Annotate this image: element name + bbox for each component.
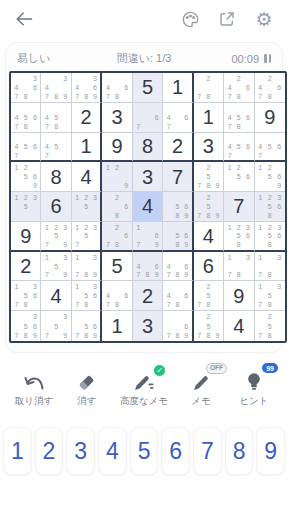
gear-icon[interactable]: ⚙ — [252, 7, 276, 31]
cell-r4c8[interactable]: 1256 — [224, 162, 254, 192]
pencil-notes: 5689 — [164, 223, 190, 249]
pencil-notes: 67 — [134, 104, 161, 131]
cell-r6c2[interactable]: 123579 — [41, 222, 71, 252]
cell-r1c8[interactable]: 24678 — [224, 73, 254, 103]
pencil-notes: 135678 — [73, 282, 99, 309]
cell-r7c1[interactable]: 2 — [11, 252, 41, 282]
toolbar-pencil[interactable]: OFFメモ — [181, 370, 221, 408]
pencil-notes: 12357 — [73, 223, 99, 249]
digit: 5 — [111, 256, 122, 276]
cell-r2c7[interactable]: 1 — [194, 103, 224, 133]
cell-r2c1[interactable]: 45678 — [11, 103, 41, 133]
cell-r8c3[interactable]: 135678 — [72, 281, 102, 311]
toolbar-pencil-list[interactable]: ✓高度なメモ — [120, 370, 168, 408]
digit: 7 — [233, 196, 244, 216]
digit: 3 — [111, 107, 122, 127]
key-8[interactable]: 8 — [225, 427, 254, 475]
pencil-notes: 24678 — [256, 74, 284, 101]
cell-r9c5[interactable]: 3 — [133, 311, 163, 341]
key-7[interactable]: 7 — [193, 427, 222, 475]
cell-r7c4[interactable]: 5 — [102, 252, 132, 282]
cell-r3c9[interactable]: 4567 — [255, 133, 285, 163]
eraser-icon — [74, 370, 100, 392]
cell-r4c4[interactable]: 129 — [102, 162, 132, 192]
pencil-notes: 346789 — [73, 74, 99, 101]
cell-r7c8[interactable]: 1378 — [224, 252, 254, 282]
digit: 4 — [81, 167, 92, 187]
cell-r5c8[interactable]: 7 — [224, 192, 254, 222]
cell-r1c2[interactable]: 34789 — [41, 73, 71, 103]
cell-r7c7[interactable]: 6 — [194, 252, 224, 282]
cell-r1c7[interactable]: 278 — [194, 73, 224, 103]
cell-r7c9[interactable]: 1378 — [255, 252, 285, 282]
digit: 1 — [81, 136, 92, 156]
pencil-notes: 123568 — [256, 193, 284, 220]
digit: 4 — [203, 226, 214, 246]
pause-icon[interactable] — [264, 54, 271, 63]
cell-r3c3[interactable]: 1 — [72, 133, 102, 163]
cell-r1c5[interactable]: 5 — [133, 73, 163, 103]
cell-r2c6[interactable]: 467 — [163, 103, 193, 133]
digit: 2 — [142, 286, 153, 306]
pencil-notes: 46789 — [134, 253, 161, 280]
cell-r8c1[interactable]: 135678 — [11, 281, 41, 311]
pencil-notes: 135678 — [12, 282, 39, 309]
key-6[interactable]: 6 — [161, 427, 190, 475]
cell-r6c7[interactable]: 4 — [194, 222, 224, 252]
pencil-notes: 45678 — [225, 104, 252, 131]
digit: 3 — [142, 167, 153, 187]
cell-r2c9[interactable]: 9 — [255, 103, 285, 133]
toolbar: 取り消す消す✓高度なメモOFFメモ99ヒント — [0, 370, 288, 408]
toolbar-label: ヒント — [239, 395, 268, 408]
toolbar-bulb[interactable]: 99ヒント — [234, 370, 274, 408]
cell-r2c2[interactable]: 4578 — [41, 103, 71, 133]
toolbar-undo[interactable]: 取り消す — [14, 370, 54, 408]
cell-r8c9[interactable]: 13578 — [255, 281, 285, 311]
pencil-notes: 1256 — [225, 163, 252, 190]
cell-r5c2[interactable]: 6 — [41, 192, 71, 222]
key-3[interactable]: 3 — [66, 427, 95, 475]
cell-r8c4[interactable]: 4678 — [102, 281, 132, 311]
cell-r9c2[interactable]: 3579 — [41, 311, 71, 341]
cell-r5c6[interactable]: 5689 — [163, 192, 193, 222]
digit: 4 — [142, 196, 153, 216]
badge-check: ✓ — [153, 364, 166, 377]
cell-r7c5[interactable]: 46789 — [133, 252, 163, 282]
key-9[interactable]: 9 — [256, 427, 285, 475]
cell-r7c6[interactable]: 46789 — [163, 252, 193, 282]
cell-r5c1[interactable]: 1235 — [11, 192, 41, 222]
digit: 6 — [203, 256, 214, 276]
badge-count: 99 — [262, 363, 278, 373]
palette-icon[interactable] — [178, 7, 202, 31]
cell-r3c6[interactable]: 2 — [163, 133, 193, 163]
pencil-list-icon: ✓ — [131, 370, 157, 392]
toolbar-label: 消す — [77, 395, 96, 408]
pencil-notes: 123568 — [256, 223, 284, 249]
digit: 3 — [203, 136, 214, 156]
pencil-notes: 34789 — [42, 74, 69, 101]
cell-r5c5[interactable]: 4 — [133, 192, 163, 222]
key-2[interactable]: 2 — [35, 427, 64, 475]
cell-r9c6[interactable]: 6789 — [163, 311, 193, 341]
cell-r1c9[interactable]: 24678 — [255, 73, 285, 103]
pencil-notes: 4567 — [256, 134, 284, 160]
cell-r2c3[interactable]: 2 — [72, 103, 102, 133]
pencil-notes: 4678 — [103, 282, 130, 309]
toolbar-label: 高度なメモ — [120, 395, 168, 408]
pencil-notes: 6789 — [164, 312, 190, 340]
undo-icon — [21, 370, 47, 392]
pencil-notes: 1679 — [134, 223, 161, 249]
pencil-notes: 1378 — [256, 253, 284, 280]
cell-r3c8[interactable]: 4567 — [224, 133, 254, 163]
cell-r5c4[interactable]: 268 — [102, 192, 132, 222]
cell-r8c2[interactable]: 4 — [41, 281, 71, 311]
cell-r3c2[interactable]: 457 — [41, 133, 71, 163]
pencil-notes: 129 — [103, 163, 130, 190]
pencil-notes: 13579 — [42, 253, 69, 280]
toolbar-eraser[interactable]: 消す — [67, 370, 107, 408]
cell-r6c9[interactable]: 123568 — [255, 222, 285, 252]
digit: 1 — [203, 107, 214, 127]
digit: 1 — [172, 77, 183, 97]
cell-r4c7[interactable]: 25789 — [194, 162, 224, 192]
toolbar-label: 取り消す — [15, 395, 53, 408]
pencil-notes: 12569 — [12, 163, 39, 190]
pencil-notes: 24678 — [225, 74, 252, 101]
digit: 3 — [142, 316, 153, 336]
back-arrow-icon[interactable] — [12, 7, 36, 31]
pencil-notes: 34678 — [12, 74, 39, 101]
pencil-notes: 25789 — [195, 193, 222, 220]
key-4[interactable]: 4 — [98, 427, 127, 475]
pencil-notes: 56789 — [73, 312, 99, 340]
share-icon[interactable] — [215, 7, 239, 31]
difficulty-label: 易しい — [17, 51, 92, 66]
cell-r1c6[interactable]: 1 — [163, 73, 193, 103]
pencil-notes: 123579 — [42, 223, 69, 249]
cell-r4c3[interactable]: 4 — [72, 162, 102, 192]
cell-r3c5[interactable]: 8 — [133, 133, 163, 163]
pencil-notes: 25789 — [195, 312, 222, 340]
cell-r9c9[interactable]: 2578 — [255, 311, 285, 341]
cell-r4c5[interactable]: 3 — [133, 162, 163, 192]
digit: 9 — [233, 286, 244, 306]
board-card: 易しい 間違い: 1/3 00:09 346783478934678946785… — [5, 42, 283, 353]
digit: 6 — [51, 196, 62, 216]
sudoku-board: 3467834789346789467851278246782467845678… — [9, 71, 287, 343]
pencil-notes: 1235 — [12, 193, 39, 220]
cell-r8c8[interactable]: 9 — [224, 281, 254, 311]
pencil-notes: 4578 — [42, 104, 69, 131]
pencil-notes: 278 — [195, 74, 222, 101]
pencil-notes: 4567 — [225, 134, 252, 160]
cell-r8c6[interactable]: 4678 — [163, 281, 193, 311]
digit: 1 — [111, 316, 122, 336]
timer: 00:09 — [231, 53, 259, 65]
cell-r8c7[interactable]: 2578 — [194, 281, 224, 311]
digit: 2 — [81, 107, 92, 127]
cell-r6c5[interactable]: 1679 — [133, 222, 163, 252]
cell-r5c7[interactable]: 25789 — [194, 192, 224, 222]
status-row: 易しい 間違い: 1/3 00:09 — [9, 48, 279, 71]
pencil-notes: 356789 — [12, 312, 39, 340]
cell-r2c8[interactable]: 45678 — [224, 103, 254, 133]
digit: 5 — [142, 77, 153, 97]
pencil-notes: 268 — [103, 193, 130, 220]
pencil-notes: 2578 — [195, 282, 222, 309]
pencil-notes: 123568 — [225, 223, 252, 249]
cell-r9c8[interactable]: 4 — [224, 311, 254, 341]
cell-r4c9[interactable]: 12569 — [255, 162, 285, 192]
cell-r8c5[interactable]: 2 — [133, 281, 163, 311]
cell-r1c3[interactable]: 346789 — [72, 73, 102, 103]
pencil-notes: 45678 — [12, 104, 39, 131]
number-keypad: 123456789 — [0, 427, 288, 475]
pencil-notes: 4567 — [12, 134, 39, 160]
mistakes-counter: 間違い: 1/3 — [92, 51, 197, 66]
cell-r9c7[interactable]: 25789 — [194, 311, 224, 341]
digit: 9 — [264, 107, 275, 127]
cell-r3c1[interactable]: 4567 — [11, 133, 41, 163]
cell-r9c4[interactable]: 1 — [102, 311, 132, 341]
pencil-notes: 5689 — [164, 193, 190, 220]
cell-r4c6[interactable]: 7 — [163, 162, 193, 192]
cell-r5c9[interactable]: 123568 — [255, 192, 285, 222]
digit: 8 — [51, 167, 62, 187]
cell-r5c3[interactable]: 1235 — [72, 192, 102, 222]
pencil-notes: 25789 — [195, 163, 222, 190]
toolbar-label: メモ — [191, 395, 210, 408]
pencil-notes: 46789 — [164, 253, 190, 280]
pencil-notes: 3579 — [42, 312, 69, 340]
key-5[interactable]: 5 — [130, 427, 159, 475]
digit: 2 — [172, 136, 183, 156]
pencil-notes: 467 — [164, 104, 190, 131]
pencil-notes: 13789 — [73, 253, 99, 280]
cell-r3c7[interactable]: 3 — [194, 133, 224, 163]
cell-r3c4[interactable]: 9 — [102, 133, 132, 163]
cell-r2c5[interactable]: 67 — [133, 103, 163, 133]
pencil-notes: 2578 — [256, 312, 284, 340]
digit: 9 — [20, 226, 31, 246]
pencil-notes: 1235 — [73, 193, 99, 220]
cell-r4c1[interactable]: 12569 — [11, 162, 41, 192]
cell-r2c4[interactable]: 3 — [102, 103, 132, 133]
cell-r6c8[interactable]: 123568 — [224, 222, 254, 252]
pencil-notes: 2678 — [103, 223, 130, 249]
top-bar: ⚙ — [0, 0, 288, 38]
pencil-icon: OFF — [188, 370, 214, 392]
pencil-notes: 4678 — [103, 74, 130, 101]
cell-r6c3[interactable]: 12357 — [72, 222, 102, 252]
digit: 2 — [20, 256, 31, 276]
key-1[interactable]: 1 — [3, 427, 32, 475]
bulb-icon: 99 — [241, 370, 267, 392]
digit: 9 — [111, 136, 122, 156]
cell-r6c6[interactable]: 5689 — [163, 222, 193, 252]
cell-r7c2[interactable]: 13579 — [41, 252, 71, 282]
cell-r1c4[interactable]: 4678 — [102, 73, 132, 103]
pencil-notes: 4678 — [164, 282, 190, 309]
digit: 4 — [233, 316, 244, 336]
badge-off: OFF — [206, 363, 227, 374]
digit: 7 — [172, 167, 183, 187]
pencil-notes: 1378 — [225, 253, 252, 280]
digit: 8 — [142, 136, 153, 156]
cell-r6c1[interactable]: 9 — [11, 222, 41, 252]
cell-r6c4[interactable]: 2678 — [102, 222, 132, 252]
pencil-notes: 457 — [42, 134, 69, 160]
digit: 4 — [51, 286, 62, 306]
cell-r9c3[interactable]: 56789 — [72, 311, 102, 341]
cell-r9c1[interactable]: 356789 — [11, 311, 41, 341]
pencil-notes: 13578 — [256, 282, 284, 309]
cell-r7c3[interactable]: 13789 — [72, 252, 102, 282]
pencil-notes: 12569 — [256, 163, 284, 190]
cell-r1c1[interactable]: 34678 — [11, 73, 41, 103]
cell-r4c2[interactable]: 8 — [41, 162, 71, 192]
